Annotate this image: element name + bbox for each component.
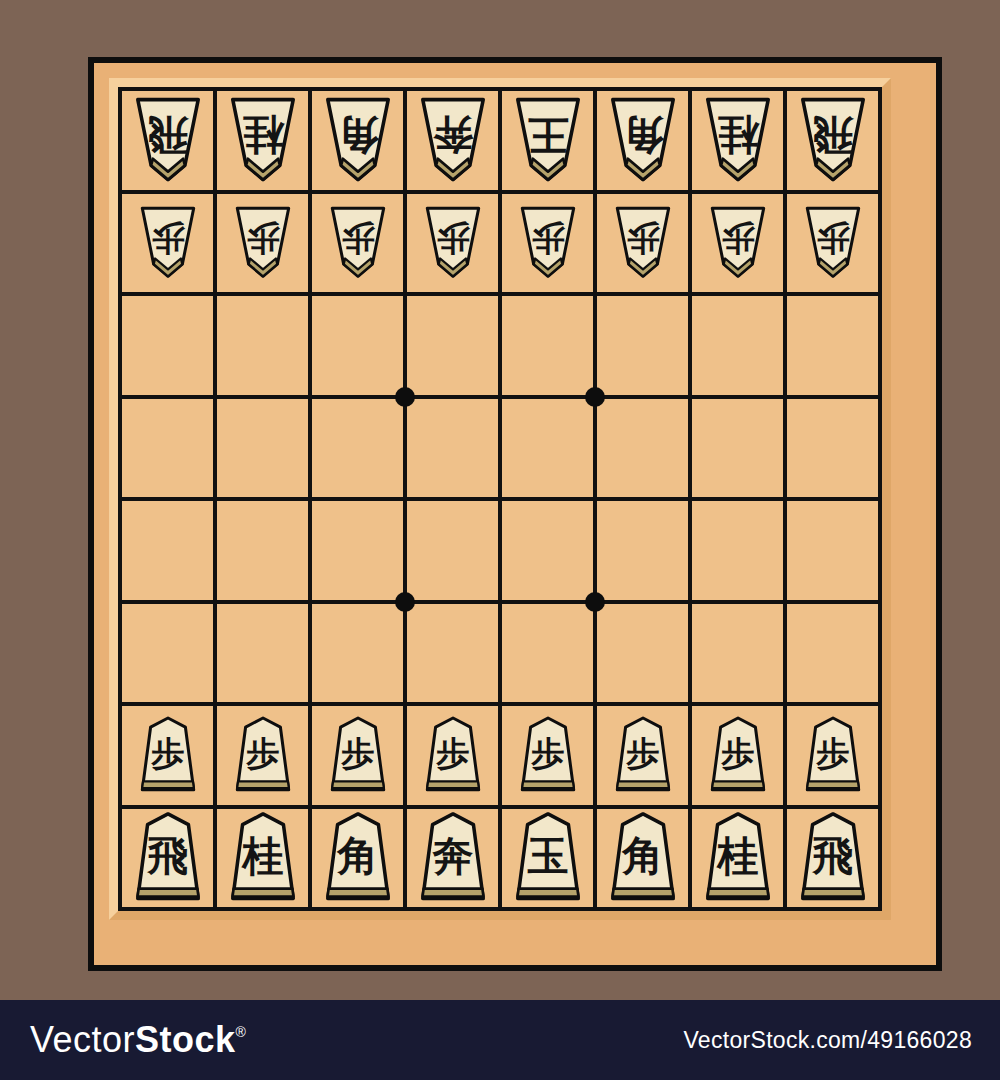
svg-text:角: 角 xyxy=(622,111,664,159)
svg-text:王: 王 xyxy=(527,111,568,159)
board-cell-r7c1[interactable]: 歩 xyxy=(122,706,213,805)
board-cell-r2c2[interactable]: 歩 xyxy=(217,194,308,293)
board-cell-r2c1[interactable]: 歩 xyxy=(122,194,213,293)
vectorstock-logo: VectorStock® xyxy=(30,1019,246,1061)
board-cell-r4c1[interactable] xyxy=(122,399,213,498)
board-cell-r4c8[interactable] xyxy=(787,399,878,498)
board-cell-r3c3[interactable] xyxy=(312,296,403,395)
shogi-piece-奔[interactable]: 奔 xyxy=(413,93,493,188)
board-cell-r4c3[interactable] xyxy=(312,399,403,498)
shogi-board: 飛 桂 角 奔 王 角 桂 飛 歩 歩 歩 歩 歩 xyxy=(88,57,942,971)
svg-text:歩: 歩 xyxy=(530,734,564,773)
board-cell-r2c6[interactable]: 歩 xyxy=(597,194,688,293)
board-cell-r1c2[interactable]: 桂 xyxy=(217,91,308,190)
shogi-piece-飛[interactable]: 飛 xyxy=(793,93,873,188)
board-cell-r3c7[interactable] xyxy=(692,296,783,395)
board-cell-r8c3[interactable]: 角 xyxy=(312,809,403,908)
svg-text:歩: 歩 xyxy=(815,734,849,773)
svg-text:桂: 桂 xyxy=(717,111,760,159)
board-cell-r2c4[interactable]: 歩 xyxy=(407,194,498,293)
svg-text:奔: 奔 xyxy=(432,111,474,159)
shogi-piece-歩[interactable]: 歩 xyxy=(419,202,487,284)
shogi-piece-飛[interactable]: 飛 xyxy=(128,810,208,905)
shogi-piece-歩[interactable]: 歩 xyxy=(609,714,677,796)
svg-text:歩: 歩 xyxy=(246,219,280,258)
svg-text:歩: 歩 xyxy=(340,734,374,773)
shogi-piece-歩[interactable]: 歩 xyxy=(134,202,202,284)
board-cell-r3c4[interactable] xyxy=(407,296,498,395)
shogi-piece-奔[interactable]: 奔 xyxy=(413,810,493,905)
board-cell-r2c7[interactable]: 歩 xyxy=(692,194,783,293)
board-cell-r7c4[interactable]: 歩 xyxy=(407,706,498,805)
svg-text:歩: 歩 xyxy=(625,734,659,773)
board-cell-r5c1[interactable] xyxy=(122,501,213,600)
shogi-piece-歩[interactable]: 歩 xyxy=(514,202,582,284)
svg-text:角: 角 xyxy=(336,832,378,880)
shogi-piece-王[interactable]: 王 xyxy=(508,93,588,188)
board-cell-r7c2[interactable]: 歩 xyxy=(217,706,308,805)
shogi-piece-飛[interactable]: 飛 xyxy=(128,93,208,188)
svg-text:歩: 歩 xyxy=(816,219,850,258)
svg-text:桂: 桂 xyxy=(715,832,758,880)
board-cell-r5c4[interactable] xyxy=(407,501,498,600)
svg-text:歩: 歩 xyxy=(721,219,755,258)
board-cell-r7c5[interactable]: 歩 xyxy=(502,706,593,805)
shogi-piece-歩[interactable]: 歩 xyxy=(704,202,772,284)
logo-bold-part: Stock xyxy=(135,1019,236,1060)
board-cell-r5c2[interactable] xyxy=(217,501,308,600)
board-cell-r3c1[interactable] xyxy=(122,296,213,395)
svg-text:飛: 飛 xyxy=(147,111,189,159)
svg-text:桂: 桂 xyxy=(240,832,283,880)
shogi-piece-歩[interactable]: 歩 xyxy=(229,202,297,284)
board-cell-r4c5[interactable] xyxy=(502,399,593,498)
board-cell-r1c7[interactable]: 桂 xyxy=(692,91,783,190)
shogi-piece-歩[interactable]: 歩 xyxy=(799,202,867,284)
board-cell-r8c5[interactable]: 玉 xyxy=(502,809,593,908)
board-cell-r3c5[interactable] xyxy=(502,296,593,395)
board-cell-r6c3[interactable] xyxy=(312,604,403,703)
shogi-piece-角[interactable]: 角 xyxy=(603,93,683,188)
board-cell-r4c4[interactable] xyxy=(407,399,498,498)
shogi-piece-歩[interactable]: 歩 xyxy=(324,202,392,284)
board-cell-r8c6[interactable]: 角 xyxy=(597,809,688,908)
board-cell-r6c4[interactable] xyxy=(407,604,498,703)
shogi-piece-玉[interactable]: 玉 xyxy=(508,810,588,905)
board-cell-r1c1[interactable]: 飛 xyxy=(122,91,213,190)
board-cell-r7c3[interactable]: 歩 xyxy=(312,706,403,805)
board-cell-r3c2[interactable] xyxy=(217,296,308,395)
shogi-piece-歩[interactable]: 歩 xyxy=(229,714,297,796)
shogi-piece-歩[interactable]: 歩 xyxy=(134,714,202,796)
board-cell-r2c3[interactable]: 歩 xyxy=(312,194,403,293)
star-point xyxy=(585,592,605,612)
shogi-piece-角[interactable]: 角 xyxy=(318,810,398,905)
board-cell-r8c4[interactable]: 奔 xyxy=(407,809,498,908)
svg-text:奔: 奔 xyxy=(431,832,473,880)
board-cell-r5c7[interactable] xyxy=(692,501,783,600)
board-cell-r6c8[interactable] xyxy=(787,604,878,703)
board-cell-r4c7[interactable] xyxy=(692,399,783,498)
board-cell-r6c5[interactable] xyxy=(502,604,593,703)
board-cell-r7c7[interactable]: 歩 xyxy=(692,706,783,805)
shogi-piece-桂[interactable]: 桂 xyxy=(223,810,303,905)
svg-text:桂: 桂 xyxy=(242,111,285,159)
logo-regular-part: Vector xyxy=(30,1019,135,1060)
board-cell-r5c6[interactable] xyxy=(597,501,688,600)
board-cell-r6c7[interactable] xyxy=(692,604,783,703)
star-point xyxy=(395,387,415,407)
svg-text:飛: 飛 xyxy=(146,832,188,880)
board-cell-r8c1[interactable]: 飛 xyxy=(122,809,213,908)
shogi-piece-歩[interactable]: 歩 xyxy=(609,202,677,284)
board-cell-r3c8[interactable] xyxy=(787,296,878,395)
board-cell-r5c5[interactable] xyxy=(502,501,593,600)
board-cell-r6c1[interactable] xyxy=(122,604,213,703)
watermark-url: VectorStock.com/49166028 xyxy=(684,1027,973,1054)
svg-text:角: 角 xyxy=(621,832,663,880)
board-cell-r6c2[interactable] xyxy=(217,604,308,703)
svg-text:飛: 飛 xyxy=(811,832,853,880)
svg-text:角: 角 xyxy=(337,111,379,159)
svg-text:玉: 玉 xyxy=(527,832,568,880)
registered-mark: ® xyxy=(236,1024,247,1040)
shogi-piece-歩[interactable]: 歩 xyxy=(704,714,772,796)
shogi-piece-飛[interactable]: 飛 xyxy=(793,810,873,905)
shogi-piece-歩[interactable]: 歩 xyxy=(419,714,487,796)
board-cell-r2c5[interactable]: 歩 xyxy=(502,194,593,293)
shogi-piece-桂[interactable]: 桂 xyxy=(223,93,303,188)
shogi-piece-角[interactable]: 角 xyxy=(603,810,683,905)
board-cell-r6c6[interactable] xyxy=(597,604,688,703)
board-cell-r4c2[interactable] xyxy=(217,399,308,498)
board-cell-r2c8[interactable]: 歩 xyxy=(787,194,878,293)
board-cell-r1c4[interactable]: 奔 xyxy=(407,91,498,190)
board-cell-r8c8[interactable]: 飛 xyxy=(787,809,878,908)
shogi-piece-桂[interactable]: 桂 xyxy=(698,93,778,188)
board-cell-r5c8[interactable] xyxy=(787,501,878,600)
board-bevel-frame: 飛 桂 角 奔 王 角 桂 飛 歩 歩 歩 歩 歩 xyxy=(109,78,891,920)
svg-text:歩: 歩 xyxy=(150,734,184,773)
board-cell-r8c2[interactable]: 桂 xyxy=(217,809,308,908)
board-grid: 飛 桂 角 奔 王 角 桂 飛 歩 歩 歩 歩 歩 xyxy=(118,87,882,911)
svg-text:歩: 歩 xyxy=(720,734,754,773)
board-cell-r7c6[interactable]: 歩 xyxy=(597,706,688,805)
svg-text:歩: 歩 xyxy=(435,734,469,773)
shogi-piece-歩[interactable]: 歩 xyxy=(324,714,392,796)
svg-text:歩: 歩 xyxy=(245,734,279,773)
board-cell-r1c6[interactable]: 角 xyxy=(597,91,688,190)
shogi-piece-桂[interactable]: 桂 xyxy=(698,810,778,905)
svg-text:歩: 歩 xyxy=(436,219,470,258)
watermark-bar: VectorStock® VectorStock.com/49166028 xyxy=(0,1000,1000,1080)
star-point xyxy=(395,592,415,612)
svg-text:飛: 飛 xyxy=(812,111,854,159)
board-cell-r4c6[interactable] xyxy=(597,399,688,498)
svg-text:歩: 歩 xyxy=(151,219,185,258)
board-cell-r8c7[interactable]: 桂 xyxy=(692,809,783,908)
board-cell-r1c5[interactable]: 王 xyxy=(502,91,593,190)
shogi-piece-歩[interactable]: 歩 xyxy=(514,714,582,796)
svg-text:歩: 歩 xyxy=(626,219,660,258)
board-cell-r5c3[interactable] xyxy=(312,501,403,600)
shogi-piece-角[interactable]: 角 xyxy=(318,93,398,188)
star-point xyxy=(585,387,605,407)
board-cell-r1c8[interactable]: 飛 xyxy=(787,91,878,190)
board-cell-r1c3[interactable]: 角 xyxy=(312,91,403,190)
board-cell-r3c6[interactable] xyxy=(597,296,688,395)
shogi-piece-歩[interactable]: 歩 xyxy=(799,714,867,796)
board-cell-r7c8[interactable]: 歩 xyxy=(787,706,878,805)
svg-text:歩: 歩 xyxy=(531,219,565,258)
svg-text:歩: 歩 xyxy=(341,219,375,258)
